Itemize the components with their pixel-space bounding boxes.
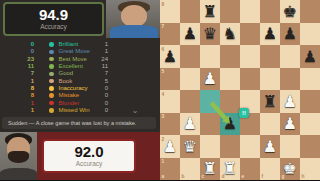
accuracy-label-top: Accuracy [5,23,102,30]
square-c1[interactable]: c♜ [200,158,220,181]
square-b6[interactable] [180,45,200,68]
file-label: e [242,174,245,179]
square-h3[interactable] [300,113,320,136]
book-dot-icon [49,79,54,84]
count-right: 5 [92,78,108,85]
row-label: Great Move [59,48,93,55]
square-g6[interactable] [280,45,300,68]
rank-label: 5 [162,69,165,74]
row-great-move: 0 Great Move 1 [4,48,108,55]
count-right: 0 [92,107,108,114]
square-g3[interactable]: ♟ [280,113,300,136]
row-label: Blunder [59,100,93,107]
row-brilliant: 0 Brilliant 1 [4,41,108,48]
square-d5[interactable] [220,68,240,91]
piece-black-pawn[interactable]: ♟ [300,45,320,68]
player-photo-bottom [0,132,37,180]
piece-white-pawn[interactable]: ♟ [200,68,220,91]
mistake-dot-icon [49,93,54,98]
square-a2[interactable]: 2♟ [160,135,180,158]
square-f5[interactable] [260,68,280,91]
square-g7[interactable]: ♟ [280,23,300,46]
count-right: 0 [92,85,108,92]
square-c5[interactable]: ♟ [200,68,220,91]
excellent-dot-icon [49,64,54,69]
accuracy-value-bottom: 92.0 [44,143,134,160]
square-e8[interactable] [240,0,260,23]
accuracy-label-bottom: Accuracy [44,160,134,167]
row-label: Book [59,78,93,85]
square-h7[interactable] [300,23,320,46]
count-right: 0 [92,100,108,107]
row-missed-win: 1 Missed Win 0 [4,107,108,114]
square-g4[interactable]: ♟ [280,90,300,113]
square-c3[interactable] [200,113,220,136]
piece-white-queen[interactable]: ♛ [180,135,200,158]
count-left: 11 [4,63,34,70]
square-b5[interactable] [180,68,200,91]
square-c2[interactable] [200,135,220,158]
square-c8[interactable]: ♜ [200,0,220,23]
row-label: Missed Win [59,107,93,114]
square-h2[interactable] [300,135,320,158]
count-left: 0 [4,41,34,48]
best-move-dot-icon [49,57,54,62]
square-b4[interactable] [180,90,200,113]
square-d7[interactable]: ♞ [220,23,240,46]
player-photo-top [106,0,160,38]
avatar-shirt [110,25,158,38]
square-d3[interactable]: ♟ [220,113,240,136]
chess-board[interactable]: 8♜♚7♟♛♞♟♟6♟♟5♟4♜♟3♟♟♟2♟♛♟1abc♜d♜efg♚h!! [160,0,320,180]
square-e5[interactable] [240,68,260,91]
rank-label: 8 [162,2,165,7]
piece-white-king[interactable]: ♚ [280,158,300,181]
row-mistake: 8 Mistake 0 [4,92,108,99]
rank-label: 7 [162,24,165,29]
rank-label: 3 [162,114,165,119]
count-left: 1 [4,107,34,114]
great-move-dot-icon [49,50,54,55]
square-d2[interactable] [220,135,240,158]
square-d4[interactable] [220,90,240,113]
file-label: h [302,174,305,179]
square-b3[interactable]: ♟ [180,113,200,136]
piece-black-pawn[interactable]: ♟ [180,23,200,46]
row-label: Good [59,70,93,77]
row-label: Brilliant [59,41,93,48]
square-f6[interactable] [260,45,280,68]
chevron-down-icon[interactable]: ⌄ [128,106,142,116]
square-a3[interactable]: 3 [160,113,180,136]
row-blunder: 1 Blunder 0 [4,99,108,106]
square-c7[interactable]: ♛ [200,23,220,46]
count-left: 8 [4,92,34,99]
row-label: Mistake [59,92,93,99]
row-good: 7 Good 7 [4,70,108,77]
count-left: 0 [4,48,34,55]
square-h5[interactable] [300,68,320,91]
blunder-dot-icon [49,101,54,106]
square-e4[interactable] [240,90,260,113]
row-best-move: 23 Best Move 24 [4,56,108,63]
square-a6[interactable]: 6♟ [160,45,180,68]
square-h6[interactable]: ♟ [300,45,320,68]
bottom-player-section: 92.0 Accuracy [0,132,160,180]
game-review-screen: 94.9 Accuracy 0 Brilliant 1 0 Great [0,0,320,180]
inaccuracy-dot-icon [49,86,54,91]
square-a7[interactable]: 7 [160,23,180,46]
piece-white-rook[interactable]: ♜ [220,158,240,181]
row-inaccuracy: 8 Inaccuracy 0 [4,85,108,92]
count-right: 7 [92,70,108,77]
square-h8[interactable] [300,0,320,23]
piece-black-knight[interactable]: ♞ [220,23,240,46]
piece-black-rook[interactable]: ♜ [260,90,280,113]
square-e6[interactable] [240,45,260,68]
row-label: Excellent [59,63,93,70]
row-label: Inaccuracy [59,85,93,92]
avatar-beard [8,151,29,163]
square-f2[interactable]: ♟ [260,135,280,158]
square-c4[interactable] [200,90,220,113]
rank-label: 1 [162,159,165,164]
piece-black-queen[interactable]: ♛ [200,23,220,46]
square-e3[interactable] [240,113,260,136]
square-g2[interactable] [280,135,300,158]
count-right: 0 [92,92,108,99]
count-left: 8 [4,85,34,92]
count-left: 1 [4,78,34,85]
row-book: 1 Book 5 [4,77,108,84]
piece-black-king[interactable]: ♚ [280,0,300,23]
square-e7[interactable] [240,23,260,46]
count-right: 1 [92,41,108,48]
square-g8[interactable]: ♚ [280,0,300,23]
square-d8[interactable] [220,0,240,23]
square-b1[interactable]: b [180,158,200,181]
square-h4[interactable] [300,90,320,113]
square-g1[interactable]: g♚ [280,158,300,181]
square-g5[interactable] [280,68,300,91]
missed-win-dot-icon [49,108,54,113]
avatar-face [121,5,147,27]
piece-white-pawn[interactable]: ♟ [280,113,300,136]
square-a5[interactable]: 5 [160,68,180,91]
file-label: f [262,174,264,179]
square-f3[interactable] [260,113,280,136]
analysis-panel: 94.9 Accuracy 0 Brilliant 1 0 Great [0,0,160,180]
row-label: Best Move [59,56,93,63]
accuracy-box-top: 94.9 Accuracy [3,2,104,36]
brilliant-dot-icon [49,42,54,47]
count-right: 11 [92,63,108,70]
square-f8[interactable] [260,0,280,23]
piece-black-pawn[interactable]: ♟ [220,113,240,136]
move-quality-table: 0 Brilliant 1 0 Great Move 1 23 Best Mov… [4,41,108,114]
accuracy-box-bottom: 92.0 Accuracy [42,139,136,173]
piece-white-rook[interactable]: ♜ [200,158,220,181]
piece-black-rook[interactable]: ♜ [200,0,220,23]
top-player-section: 94.9 Accuracy 0 Brilliant 1 0 Great [0,0,160,132]
piece-white-pawn[interactable]: ♟ [260,135,280,158]
square-c6[interactable] [200,45,220,68]
row-excellent: 11 Excellent 11 [4,63,108,70]
count-left: 1 [4,100,34,107]
square-d1[interactable]: d♜ [220,158,240,181]
square-a1[interactable]: 1a [160,158,180,181]
square-d6[interactable] [220,45,240,68]
square-e2[interactable] [240,135,260,158]
piece-black-pawn[interactable]: ♟ [260,23,280,46]
file-label: b [182,174,185,179]
square-a8[interactable]: 8 [160,0,180,23]
accuracy-value-top: 94.9 [5,6,102,23]
square-e1[interactable]: e [240,158,260,181]
piece-white-pawn[interactable]: ♟ [180,113,200,136]
game-summary-caption: Sudden — A close game that was lost by a… [2,117,156,129]
piece-black-pawn[interactable]: ♟ [160,45,180,68]
rank-label: 4 [162,92,165,97]
square-f7[interactable]: ♟ [260,23,280,46]
good-dot-icon [49,72,54,77]
avatar-shirt [0,168,37,180]
square-f1[interactable]: f [260,158,280,181]
square-b2[interactable]: ♛ [180,135,200,158]
count-right: 24 [92,56,108,63]
piece-white-pawn[interactable]: ♟ [160,135,180,158]
piece-white-pawn[interactable]: ♟ [280,90,300,113]
square-b8[interactable] [180,0,200,23]
piece-black-pawn[interactable]: ♟ [280,23,300,46]
square-b7[interactable]: ♟ [180,23,200,46]
square-f4[interactable]: ♜ [260,90,280,113]
count-right: 1 [92,48,108,55]
file-label: a [162,174,165,179]
square-h1[interactable]: h [300,158,320,181]
square-a4[interactable]: 4 [160,90,180,113]
count-left: 7 [4,70,34,77]
count-left: 23 [4,56,34,63]
